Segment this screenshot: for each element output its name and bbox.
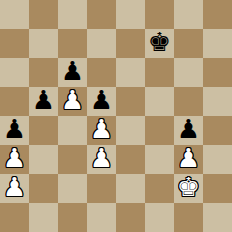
square-e8[interactable] bbox=[116, 0, 145, 29]
square-a5[interactable] bbox=[0, 87, 29, 116]
square-h2[interactable] bbox=[203, 174, 232, 203]
square-f2[interactable] bbox=[145, 174, 174, 203]
square-b6[interactable] bbox=[29, 58, 58, 87]
square-h5[interactable] bbox=[203, 87, 232, 116]
square-e7[interactable] bbox=[116, 29, 145, 58]
black-pawn[interactable]: ♟ bbox=[3, 116, 26, 144]
square-c1[interactable] bbox=[58, 203, 87, 232]
black-pawn[interactable]: ♟ bbox=[177, 116, 200, 144]
square-e2[interactable] bbox=[116, 174, 145, 203]
square-c7[interactable] bbox=[58, 29, 87, 58]
square-b3[interactable] bbox=[29, 145, 58, 174]
black-pawn[interactable]: ♟ bbox=[32, 87, 55, 115]
square-a8[interactable] bbox=[0, 0, 29, 29]
white-pawn[interactable]: ♟ bbox=[90, 145, 113, 173]
square-c4[interactable] bbox=[58, 116, 87, 145]
square-d7[interactable] bbox=[87, 29, 116, 58]
square-d6[interactable] bbox=[87, 58, 116, 87]
black-pawn[interactable]: ♟ bbox=[61, 58, 84, 86]
square-c5[interactable]: ♟ bbox=[58, 87, 87, 116]
square-a3[interactable]: ♟ bbox=[0, 145, 29, 174]
square-f5[interactable] bbox=[145, 87, 174, 116]
square-c3[interactable] bbox=[58, 145, 87, 174]
square-c2[interactable] bbox=[58, 174, 87, 203]
square-g5[interactable] bbox=[174, 87, 203, 116]
white-pawn[interactable]: ♟ bbox=[3, 145, 26, 173]
square-h1[interactable] bbox=[203, 203, 232, 232]
square-f6[interactable] bbox=[145, 58, 174, 87]
square-e5[interactable] bbox=[116, 87, 145, 116]
square-e6[interactable] bbox=[116, 58, 145, 87]
white-pawn[interactable]: ♟ bbox=[177, 145, 200, 173]
square-h4[interactable] bbox=[203, 116, 232, 145]
square-g8[interactable] bbox=[174, 0, 203, 29]
square-e4[interactable] bbox=[116, 116, 145, 145]
square-e1[interactable] bbox=[116, 203, 145, 232]
square-h6[interactable] bbox=[203, 58, 232, 87]
square-b2[interactable] bbox=[29, 174, 58, 203]
white-pawn[interactable]: ♟ bbox=[3, 174, 26, 202]
square-g6[interactable] bbox=[174, 58, 203, 87]
square-b1[interactable] bbox=[29, 203, 58, 232]
square-a2[interactable]: ♟ bbox=[0, 174, 29, 203]
square-h3[interactable] bbox=[203, 145, 232, 174]
square-a7[interactable] bbox=[0, 29, 29, 58]
square-g2[interactable]: ♚ bbox=[174, 174, 203, 203]
square-d1[interactable] bbox=[87, 203, 116, 232]
white-pawn[interactable]: ♟ bbox=[61, 87, 84, 115]
square-a6[interactable] bbox=[0, 58, 29, 87]
square-g3[interactable]: ♟ bbox=[174, 145, 203, 174]
square-d8[interactable] bbox=[87, 0, 116, 29]
square-e3[interactable] bbox=[116, 145, 145, 174]
square-b8[interactable] bbox=[29, 0, 58, 29]
square-a1[interactable] bbox=[0, 203, 29, 232]
square-d5[interactable]: ♟ bbox=[87, 87, 116, 116]
square-h8[interactable] bbox=[203, 0, 232, 29]
chess-board: ♚♟♟♟♟♟♟♟♟♟♟♟♚ bbox=[0, 0, 232, 232]
square-c8[interactable] bbox=[58, 0, 87, 29]
square-a4[interactable]: ♟ bbox=[0, 116, 29, 145]
square-c6[interactable]: ♟ bbox=[58, 58, 87, 87]
black-pawn[interactable]: ♟ bbox=[90, 87, 113, 115]
square-f7[interactable]: ♚ bbox=[145, 29, 174, 58]
square-f4[interactable] bbox=[145, 116, 174, 145]
square-b4[interactable] bbox=[29, 116, 58, 145]
square-d4[interactable]: ♟ bbox=[87, 116, 116, 145]
square-g4[interactable]: ♟ bbox=[174, 116, 203, 145]
square-f1[interactable] bbox=[145, 203, 174, 232]
square-h7[interactable] bbox=[203, 29, 232, 58]
square-b7[interactable] bbox=[29, 29, 58, 58]
square-d2[interactable] bbox=[87, 174, 116, 203]
square-b5[interactable]: ♟ bbox=[29, 87, 58, 116]
square-f8[interactable] bbox=[145, 0, 174, 29]
square-g7[interactable] bbox=[174, 29, 203, 58]
black-king[interactable]: ♚ bbox=[148, 29, 171, 57]
square-g1[interactable] bbox=[174, 203, 203, 232]
white-king[interactable]: ♚ bbox=[177, 174, 200, 202]
white-pawn[interactable]: ♟ bbox=[90, 116, 113, 144]
square-d3[interactable]: ♟ bbox=[87, 145, 116, 174]
square-f3[interactable] bbox=[145, 145, 174, 174]
